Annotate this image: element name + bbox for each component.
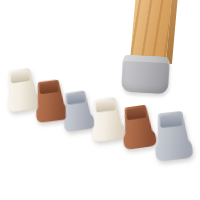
caps-row [0, 0, 200, 200]
leg-cap-item-gray [148, 108, 196, 164]
product-photo [0, 0, 200, 200]
cap-shape [148, 108, 196, 164]
